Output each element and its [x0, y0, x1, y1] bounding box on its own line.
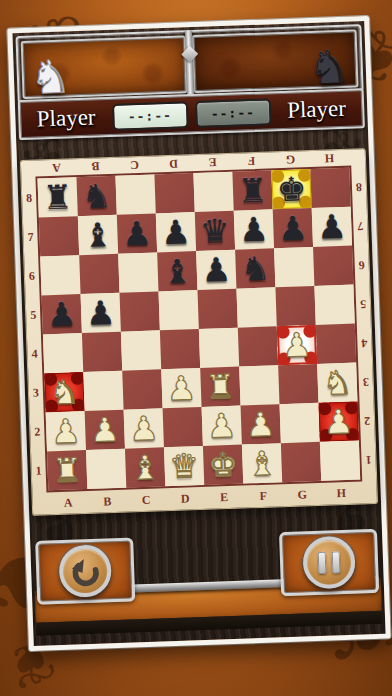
piece-black-king: ♚: [271, 169, 311, 209]
black-timer: --:--: [194, 98, 271, 128]
file-label: H: [310, 151, 349, 166]
square-c3[interactable]: [122, 369, 162, 409]
square-c7[interactable]: ♟: [117, 213, 157, 253]
square-e8[interactable]: [193, 172, 233, 212]
square-c1[interactable]: ♝: [125, 447, 165, 487]
piece-black-queen: ♛: [195, 211, 235, 251]
piece-white-pawn: ♟: [124, 408, 164, 448]
square-e2[interactable]: ♟: [202, 406, 242, 446]
square-f4[interactable]: [238, 326, 278, 366]
rank-label: 7: [353, 206, 368, 245]
square-b8[interactable]: ♞: [76, 176, 116, 216]
piece-white-pawn: ♟: [318, 402, 358, 442]
piece-black-knight: ♞: [235, 248, 275, 288]
file-label: E: [204, 489, 244, 507]
square-d1[interactable]: ♛: [164, 446, 204, 486]
piece-black-rook: ♜: [37, 177, 77, 217]
piece-white-pawn: ♟: [241, 404, 281, 444]
undo-button[interactable]: [58, 544, 112, 598]
piece-white-pawn: ♟: [202, 406, 242, 446]
square-d4[interactable]: [160, 329, 200, 369]
piece-white-pawn: ♟: [46, 411, 86, 451]
square-a2[interactable]: ♟: [46, 411, 86, 451]
square-a6[interactable]: [40, 255, 80, 295]
undo-panel: [35, 537, 135, 604]
black-knight-icon: ♞: [308, 44, 351, 91]
square-c5[interactable]: [120, 291, 160, 331]
rank-label: 1: [361, 440, 376, 479]
file-label: B: [76, 159, 115, 174]
white-timer: --:--: [111, 101, 188, 131]
rank-label: 1: [31, 451, 46, 490]
square-h3[interactable]: ♞: [317, 363, 357, 403]
square-g2[interactable]: [280, 403, 320, 443]
piece-black-pawn: ♟: [234, 209, 274, 249]
square-b2[interactable]: ♟: [85, 410, 125, 450]
square-d5[interactable]: [159, 290, 199, 330]
rank-label: 7: [23, 218, 38, 257]
square-e4[interactable]: [199, 328, 239, 368]
square-e6[interactable]: ♟: [196, 250, 236, 290]
square-h5[interactable]: [314, 285, 354, 325]
square-a7[interactable]: [39, 216, 79, 256]
square-a8[interactable]: ♜: [37, 177, 77, 217]
rank-label: 4: [357, 323, 372, 362]
rank-label: 8: [22, 179, 37, 218]
piece-black-pawn: ♟: [156, 212, 196, 252]
black-player-name: Player: [270, 95, 362, 124]
piece-black-pawn: ♟: [312, 207, 352, 247]
piece-white-queen: ♛: [164, 446, 204, 486]
piece-white-rook: ♜: [47, 450, 87, 490]
piece-black-knight: ♞: [76, 176, 116, 216]
white-knight-icon: ♞: [29, 53, 72, 100]
pause-button[interactable]: [302, 536, 356, 590]
piece-black-bishop: ♝: [78, 215, 118, 255]
piece-white-bishop: ♝: [242, 443, 282, 483]
board-squares: ♜♞♜♚♝♟♟♛♟♟♟♝♟♞♟♟♟♞♟♜♞♟♟♟♟♟♟♜♝♛♚♝: [35, 166, 362, 493]
rank-label: 6: [24, 257, 39, 296]
square-c6[interactable]: [118, 252, 158, 292]
piece-black-pawn: ♟: [196, 250, 236, 290]
square-f5[interactable]: [236, 287, 276, 327]
file-label: F: [232, 153, 271, 168]
square-d8[interactable]: [154, 173, 194, 213]
square-d6[interactable]: ♝: [157, 251, 197, 291]
piece-white-pawn: ♟: [161, 368, 201, 408]
white-player-panel: ♞: [21, 35, 188, 99]
square-e3[interactable]: ♜: [200, 367, 240, 407]
square-g1[interactable]: [281, 442, 321, 482]
square-g8[interactable]: ♚: [271, 169, 311, 209]
square-h7[interactable]: ♟: [312, 207, 352, 247]
square-a3[interactable]: ♞: [44, 372, 84, 412]
square-g7[interactable]: ♟: [273, 208, 313, 248]
piece-black-pawn: ♟: [81, 293, 121, 333]
square-e7[interactable]: ♛: [195, 211, 235, 251]
square-h8[interactable]: [310, 168, 350, 208]
timers: --:-- --:--: [111, 98, 271, 131]
game-card: ❦ ❦ ❦ ❦ ♞ ♞ Player --:-- --:-- Player AB…: [7, 16, 391, 651]
square-g3[interactable]: [278, 364, 318, 404]
piece-white-knight: ♞: [44, 372, 84, 412]
piece-black-bishop: ♝: [157, 251, 197, 291]
file-label: G: [271, 152, 310, 167]
file-label: G: [282, 486, 322, 504]
pause-panel: [279, 529, 379, 596]
square-f1[interactable]: ♝: [242, 443, 282, 483]
square-b4[interactable]: [82, 332, 122, 372]
square-f6[interactable]: ♞: [235, 248, 275, 288]
file-label: B: [88, 493, 128, 511]
rank-label: 5: [355, 284, 370, 323]
rank-label: 2: [30, 412, 45, 451]
square-e1[interactable]: ♚: [203, 445, 243, 485]
pause-icon: [318, 551, 341, 574]
square-b1[interactable]: [86, 449, 126, 489]
file-label: D: [154, 156, 193, 171]
square-d3[interactable]: ♟: [161, 368, 201, 408]
square-b5[interactable]: ♟: [81, 293, 121, 333]
piece-white-king: ♚: [203, 445, 243, 485]
rank-label: 3: [28, 373, 43, 412]
square-e5[interactable]: [197, 289, 237, 329]
controls-bar: [33, 529, 381, 603]
undo-icon: [69, 555, 102, 588]
square-h6[interactable]: [313, 246, 353, 286]
rank-label: 4: [27, 335, 42, 374]
file-label: E: [193, 155, 232, 170]
square-d7[interactable]: ♟: [156, 212, 196, 252]
piece-black-pawn: ♟: [42, 294, 82, 334]
square-h4[interactable]: [316, 324, 356, 364]
square-c2[interactable]: ♟: [124, 408, 164, 448]
piece-white-pawn: ♟: [85, 410, 125, 450]
piece-white-rook: ♜: [200, 367, 240, 407]
square-g6[interactable]: [274, 247, 314, 287]
square-b7[interactable]: ♝: [78, 215, 118, 255]
square-a4[interactable]: [43, 333, 83, 373]
square-h2[interactable]: ♟: [318, 402, 358, 442]
square-h1[interactable]: [320, 440, 360, 480]
square-a1[interactable]: ♜: [47, 450, 87, 490]
file-label: A: [49, 494, 89, 512]
file-label: H: [321, 484, 361, 502]
black-player-panel: ♞: [192, 29, 359, 93]
rank-label: 6: [354, 245, 369, 284]
piece-black-pawn: ♟: [273, 208, 313, 248]
piece-black-pawn: ♟: [117, 213, 157, 253]
square-g5[interactable]: [275, 286, 315, 326]
square-b6[interactable]: [79, 254, 119, 294]
piece-white-bishop: ♝: [125, 447, 165, 487]
rank-label: 8: [351, 167, 366, 206]
file-label: C: [115, 157, 154, 172]
chess-board: ABCDEFGH ABCDEFGH 87654321 87654321 ♜♞♜♚…: [21, 149, 377, 515]
rank-label: 5: [26, 296, 41, 335]
white-player-name: Player: [20, 104, 112, 133]
rank-label: 3: [358, 362, 373, 401]
square-f7[interactable]: ♟: [234, 209, 274, 249]
square-f2[interactable]: ♟: [241, 404, 281, 444]
square-d2[interactable]: [163, 407, 203, 447]
square-c4[interactable]: [121, 330, 161, 370]
square-b3[interactable]: [83, 371, 123, 411]
piece-black-rook: ♜: [232, 170, 272, 210]
rank-label: 2: [359, 401, 374, 440]
square-g4[interactable]: ♟: [277, 325, 317, 365]
file-label: A: [37, 160, 76, 175]
square-a5[interactable]: ♟: [42, 294, 82, 334]
file-label: F: [243, 487, 283, 505]
piece-white-knight: ♞: [317, 363, 357, 403]
square-f3[interactable]: [239, 365, 279, 405]
square-c8[interactable]: [115, 174, 155, 214]
piece-white-pawn: ♟: [277, 325, 317, 365]
file-label: D: [165, 490, 205, 508]
file-label: C: [127, 491, 167, 509]
square-f8[interactable]: ♜: [232, 170, 272, 210]
